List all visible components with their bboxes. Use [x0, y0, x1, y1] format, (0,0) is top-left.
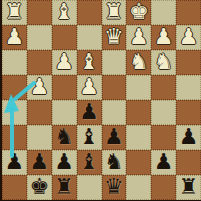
square-g6[interactable]: [27, 125, 52, 150]
piece-black-bishop[interactable]: ♝: [79, 126, 99, 148]
square-c8[interactable]: [126, 175, 151, 200]
square-f4[interactable]: [52, 75, 77, 100]
square-g1[interactable]: [27, 0, 52, 25]
piece-white-pawn[interactable]: ♟: [154, 26, 174, 48]
piece-white-king[interactable]: ♚: [129, 1, 149, 23]
square-e4[interactable]: ♟: [77, 75, 102, 100]
piece-white-pawn[interactable]: ♟: [179, 26, 199, 48]
chess-board: ♜♝♜♚♟♛♟♟♟♟♝♞♞♟♟♟♞♝♟♟♟♟♟♝♞♟♚♜♛♜: [0, 0, 201, 201]
square-b8[interactable]: [151, 175, 176, 200]
piece-black-pawn[interactable]: ♟: [54, 151, 74, 173]
piece-black-knight[interactable]: ♞: [54, 126, 74, 148]
square-h4[interactable]: [2, 75, 27, 100]
square-a2[interactable]: ♟: [176, 25, 201, 50]
square-h1[interactable]: ♜: [2, 0, 27, 25]
square-a6[interactable]: ♟: [176, 125, 201, 150]
piece-black-pawn[interactable]: ♟: [79, 101, 99, 123]
chess-app: ♜♝♜♚♟♛♟♟♟♟♝♞♞♟♟♟♞♝♟♟♟♟♟♝♞♟♚♜♛♜: [0, 0, 201, 201]
piece-black-pawn[interactable]: ♟: [179, 126, 199, 148]
square-b3[interactable]: ♞: [151, 50, 176, 75]
square-a1[interactable]: [176, 0, 201, 25]
square-f3[interactable]: ♟: [52, 50, 77, 75]
square-g7[interactable]: ♟: [27, 150, 52, 175]
piece-white-pawn[interactable]: ♟: [5, 26, 25, 48]
piece-white-knight[interactable]: ♞: [129, 51, 149, 73]
piece-black-queen[interactable]: ♛: [104, 176, 124, 198]
piece-white-bishop[interactable]: ♝: [79, 51, 99, 73]
square-a3[interactable]: [176, 50, 201, 75]
piece-white-pawn[interactable]: ♟: [79, 76, 99, 98]
piece-white-rook[interactable]: ♜: [5, 1, 25, 23]
square-f6[interactable]: ♞: [52, 125, 77, 150]
piece-black-pawn[interactable]: ♟: [154, 151, 174, 173]
square-c7[interactable]: [126, 150, 151, 175]
square-d8[interactable]: ♛: [102, 175, 127, 200]
square-c3[interactable]: ♞: [126, 50, 151, 75]
square-c2[interactable]: ♟: [126, 25, 151, 50]
square-h5[interactable]: [2, 100, 27, 125]
square-h7[interactable]: ♟: [2, 150, 27, 175]
square-c6[interactable]: [126, 125, 151, 150]
piece-black-knight[interactable]: ♞: [104, 151, 124, 173]
square-b7[interactable]: ♟: [151, 150, 176, 175]
square-h8[interactable]: [2, 175, 27, 200]
square-d3[interactable]: [102, 50, 127, 75]
piece-black-pawn[interactable]: ♟: [104, 126, 124, 148]
square-f7[interactable]: ♟: [52, 150, 77, 175]
square-d1[interactable]: ♜: [102, 0, 127, 25]
square-d5[interactable]: [102, 100, 127, 125]
square-f8[interactable]: ♜: [52, 175, 77, 200]
square-c4[interactable]: [126, 75, 151, 100]
square-a4[interactable]: [176, 75, 201, 100]
square-e1[interactable]: [77, 0, 102, 25]
square-b1[interactable]: [151, 0, 176, 25]
piece-black-rook[interactable]: ♜: [179, 176, 199, 198]
square-g2[interactable]: [27, 25, 52, 50]
square-f5[interactable]: [52, 100, 77, 125]
square-b2[interactable]: ♟: [151, 25, 176, 50]
square-h3[interactable]: [2, 50, 27, 75]
square-b4[interactable]: [151, 75, 176, 100]
square-g4[interactable]: ♟: [27, 75, 52, 100]
square-d7[interactable]: ♞: [102, 150, 127, 175]
square-a5[interactable]: [176, 100, 201, 125]
square-d6[interactable]: ♟: [102, 125, 127, 150]
square-e7[interactable]: ♝: [77, 150, 102, 175]
square-e6[interactable]: ♝: [77, 125, 102, 150]
square-f2[interactable]: [52, 25, 77, 50]
square-h6[interactable]: [2, 125, 27, 150]
square-d4[interactable]: [102, 75, 127, 100]
square-h2[interactable]: ♟: [2, 25, 27, 50]
piece-white-queen[interactable]: ♛: [104, 26, 124, 48]
square-e8[interactable]: [77, 175, 102, 200]
piece-white-pawn[interactable]: ♟: [29, 76, 49, 98]
square-e2[interactable]: [77, 25, 102, 50]
piece-white-pawn[interactable]: ♟: [129, 26, 149, 48]
square-e5[interactable]: ♟: [77, 100, 102, 125]
piece-white-rook[interactable]: ♜: [104, 1, 124, 23]
piece-black-bishop[interactable]: ♝: [79, 151, 99, 173]
piece-black-pawn[interactable]: ♟: [5, 151, 25, 173]
square-a7[interactable]: [176, 150, 201, 175]
square-d2[interactable]: ♛: [102, 25, 127, 50]
piece-black-rook[interactable]: ♜: [54, 176, 74, 198]
piece-black-pawn[interactable]: ♟: [29, 151, 49, 173]
square-c5[interactable]: [126, 100, 151, 125]
piece-black-king[interactable]: ♚: [29, 176, 49, 198]
square-b6[interactable]: [151, 125, 176, 150]
piece-white-bishop[interactable]: ♝: [54, 1, 74, 23]
square-c1[interactable]: ♚: [126, 0, 151, 25]
square-g3[interactable]: [27, 50, 52, 75]
square-b5[interactable]: [151, 100, 176, 125]
square-a8[interactable]: ♜: [176, 175, 201, 200]
square-e3[interactable]: ♝: [77, 50, 102, 75]
piece-white-pawn[interactable]: ♟: [54, 51, 74, 73]
piece-white-knight[interactable]: ♞: [154, 51, 174, 73]
square-g5[interactable]: [27, 100, 52, 125]
square-f1[interactable]: ♝: [52, 0, 77, 25]
square-g8[interactable]: ♚: [27, 175, 52, 200]
